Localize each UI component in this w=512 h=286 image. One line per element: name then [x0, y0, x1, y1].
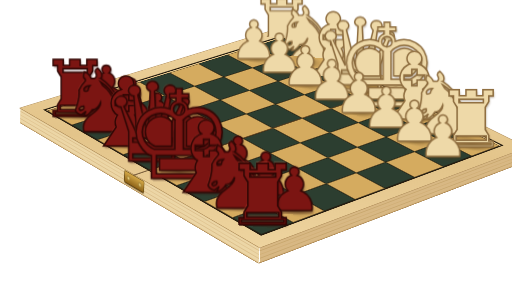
board-surface: ♜♞♝♛♚♝♞♜♟♟♟♟♟♟♟♟♟♟♟♟♟♟♟♟♜♞♝♛♚♝♞♜: [19, 27, 512, 249]
red-rook: ♜: [225, 153, 300, 237]
product-photo: ♜♞♝♛♚♝♞♜♟♟♟♟♟♟♟♟♟♟♟♟♟♟♟♟♜♞♝♛♚♝♞♜: [0, 0, 512, 286]
piece-layer: ♜♞♝♛♚♝♞♜♟♟♟♟♟♟♟♟♟♟♟♟♟♟♟♟♜♞♝♛♚♝♞♜: [20, 27, 512, 248]
board-perspective-wrapper: ♜♞♝♛♚♝♞♜♟♟♟♟♟♟♟♟♟♟♟♟♟♟♟♟♜♞♝♛♚♝♞♜: [80, 0, 464, 286]
chess-board: ♜♞♝♛♚♝♞♜♟♟♟♟♟♟♟♟♟♟♟♟♟♟♟♟♜♞♝♛♚♝♞♜: [19, 40, 512, 264]
